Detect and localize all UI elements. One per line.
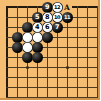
- move-number: 11: [62, 12, 73, 23]
- black-stone-move-11: 11: [62, 12, 73, 23]
- grid-line-vertical: [87, 6, 88, 99]
- white-stone: [22, 32, 33, 43]
- black-stone: [12, 42, 23, 53]
- board-edge-shadow-bottom: [0, 98, 100, 101]
- go-board: 912581011467A: [0, 0, 100, 100]
- grid-line-horizontal: [6, 77, 99, 78]
- move-number: 7: [52, 22, 63, 33]
- black-stone: [22, 52, 33, 63]
- grid-line-vertical: [77, 6, 78, 99]
- white-stone: [22, 42, 33, 53]
- black-stone: [32, 42, 43, 53]
- board-edge-line-left: [6, 6, 8, 99]
- black-stone: [32, 52, 43, 63]
- grid-line-horizontal: [6, 67, 99, 68]
- grid-line-horizontal: [6, 57, 99, 58]
- black-stone: [42, 32, 53, 43]
- white-stone: [32, 32, 43, 43]
- grid-line-horizontal: [6, 87, 99, 88]
- black-stone: [12, 32, 23, 43]
- board-label-a: A: [63, 3, 72, 12]
- board-edge-shadow-right: [98, 0, 101, 100]
- star-point: [66, 66, 69, 69]
- black-stone-move-7: 7: [52, 22, 63, 33]
- star-point: [26, 66, 29, 69]
